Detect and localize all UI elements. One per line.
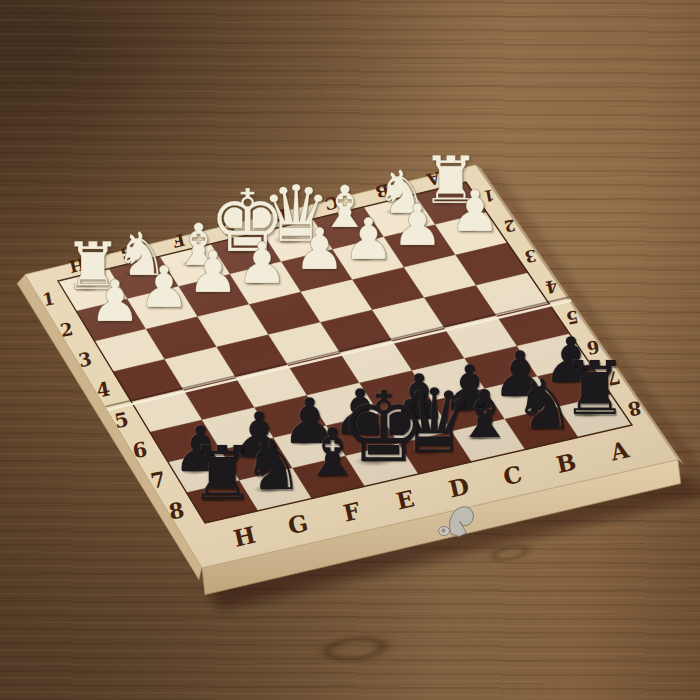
clasp-screw-center [442, 529, 446, 533]
photo-scene: HHGGFFEEDDCCBBAA1122334455667788 ♜♞♝♟♛♟♚… [0, 0, 700, 700]
chess-board: HHGGFFEEDDCCBBAA1122334455667788 [0, 0, 700, 700]
